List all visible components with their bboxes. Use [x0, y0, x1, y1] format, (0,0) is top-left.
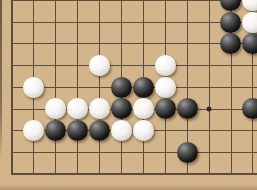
intersection-G5[interactable]: ●: [132, 76, 154, 98]
white-stone[interactable]: ○: [45, 98, 66, 119]
intersection-A9[interactable]: [1, 0, 23, 11]
intersection-C1[interactable]: [45, 163, 67, 185]
intersection-F1[interactable]: [111, 163, 133, 185]
intersection-K8[interactable]: [198, 11, 220, 33]
intersection-H9[interactable]: [154, 0, 176, 11]
intersection-E5[interactable]: [89, 76, 111, 98]
intersection-L9[interactable]: ●: [220, 0, 242, 11]
intersection-J7[interactable]: [176, 33, 198, 55]
intersection-E3[interactable]: ●: [89, 120, 111, 142]
intersection-J3[interactable]: [176, 120, 198, 142]
intersection-B4[interactable]: [23, 98, 45, 120]
intersection-C2[interactable]: [45, 141, 67, 163]
intersection-K2[interactable]: [198, 141, 220, 163]
go-board[interactable]: ●○●○●●○○○●●○○○○●○●●●○●●●○○●: [1, 0, 257, 185]
intersection-M2[interactable]: [242, 141, 257, 163]
intersection-F4[interactable]: ●: [111, 98, 133, 120]
intersection-L5[interactable]: [220, 76, 242, 98]
board-bottom-edge: [0, 184, 257, 190]
intersection-D4[interactable]: ○: [67, 98, 89, 120]
intersection-A6[interactable]: [1, 55, 23, 77]
white-stone[interactable]: ○: [23, 77, 44, 98]
intersection-J5[interactable]: [176, 76, 198, 98]
white-stone[interactable]: ○: [67, 98, 88, 119]
go-board-screenshot: ●○●○●●○○○●●○○○○●○●●●○●●●○○●: [0, 0, 257, 190]
intersection-E9[interactable]: [89, 0, 111, 11]
intersection-M8[interactable]: ○: [242, 11, 257, 33]
intersection-G3[interactable]: ○: [132, 120, 154, 142]
intersection-M5[interactable]: [242, 76, 257, 98]
intersection-F9[interactable]: [111, 0, 133, 11]
intersection-J4[interactable]: ●: [176, 98, 198, 120]
intersection-F6[interactable]: [111, 55, 133, 77]
intersection-B2[interactable]: [23, 141, 45, 163]
black-stone[interactable]: ●: [89, 120, 110, 141]
intersection-M3[interactable]: [242, 120, 257, 142]
intersection-A1[interactable]: [1, 163, 23, 185]
white-stone[interactable]: ○: [242, 0, 257, 11]
intersection-B5[interactable]: ○: [23, 76, 45, 98]
black-stone[interactable]: ●: [111, 98, 132, 119]
intersection-D9[interactable]: [67, 0, 89, 11]
black-stone[interactable]: ●: [45, 120, 66, 141]
black-stone[interactable]: ●: [177, 142, 198, 163]
intersection-G2[interactable]: [132, 141, 154, 163]
intersection-D6[interactable]: [67, 55, 89, 77]
white-stone[interactable]: ○: [23, 120, 44, 141]
intersection-C7[interactable]: [45, 33, 67, 55]
intersection-A4[interactable]: [1, 98, 23, 120]
intersection-A7[interactable]: [1, 33, 23, 55]
intersection-B7[interactable]: [23, 33, 45, 55]
intersection-D2[interactable]: [67, 141, 89, 163]
intersection-L3[interactable]: [220, 120, 242, 142]
intersection-C6[interactable]: [45, 55, 67, 77]
intersection-C9[interactable]: [45, 0, 67, 11]
intersection-A2[interactable]: [1, 141, 23, 163]
intersection-B8[interactable]: [23, 11, 45, 33]
intersection-G9[interactable]: [132, 0, 154, 11]
white-stone[interactable]: ○: [89, 98, 110, 119]
white-stone[interactable]: ○: [133, 98, 154, 119]
intersection-E1[interactable]: [89, 163, 111, 185]
white-stone[interactable]: ○: [111, 120, 132, 141]
intersection-C8[interactable]: [45, 11, 67, 33]
intersection-F2[interactable]: [111, 141, 133, 163]
black-stone[interactable]: ●: [133, 77, 154, 98]
intersection-A5[interactable]: [1, 76, 23, 98]
white-stone[interactable]: ○: [242, 12, 257, 33]
intersection-G6[interactable]: [132, 55, 154, 77]
intersection-E4[interactable]: ○: [89, 98, 111, 120]
intersection-B9[interactable]: [23, 0, 45, 11]
black-stone[interactable]: ●: [111, 77, 132, 98]
intersection-G4[interactable]: ○: [132, 98, 154, 120]
intersection-H8[interactable]: [154, 11, 176, 33]
intersection-F7[interactable]: [111, 33, 133, 55]
intersection-H5[interactable]: ○: [154, 76, 176, 98]
intersection-F8[interactable]: [111, 11, 133, 33]
intersection-B3[interactable]: ○: [23, 120, 45, 142]
black-stone[interactable]: ●: [242, 98, 257, 119]
intersection-L6[interactable]: [220, 55, 242, 77]
intersection-H2[interactable]: [154, 141, 176, 163]
intersection-C4[interactable]: ○: [45, 98, 67, 120]
intersection-L7[interactable]: ●: [220, 33, 242, 55]
intersection-D3[interactable]: ●: [67, 120, 89, 142]
intersection-J2[interactable]: ●: [176, 141, 198, 163]
intersection-L4[interactable]: [220, 98, 242, 120]
white-stone[interactable]: ○: [89, 55, 110, 76]
intersection-J1[interactable]: [176, 163, 198, 185]
intersection-C3[interactable]: ●: [45, 120, 67, 142]
intersection-M4[interactable]: ●: [242, 98, 257, 120]
intersection-J8[interactable]: [176, 11, 198, 33]
white-stone[interactable]: ○: [133, 120, 154, 141]
intersection-E7[interactable]: [89, 33, 111, 55]
intersection-A8[interactable]: [1, 11, 23, 33]
intersection-G7[interactable]: [132, 33, 154, 55]
intersection-K1[interactable]: [198, 163, 220, 185]
intersection-K3[interactable]: [198, 120, 220, 142]
intersection-D1[interactable]: [67, 163, 89, 185]
intersection-L8[interactable]: ●: [220, 11, 242, 33]
intersection-F5[interactable]: ●: [111, 76, 133, 98]
intersection-B1[interactable]: [23, 163, 45, 185]
board-left-edge: [0, 0, 2, 160]
black-stone[interactable]: ●: [220, 0, 241, 11]
black-stone[interactable]: ●: [242, 33, 257, 54]
intersection-J9[interactable]: [176, 0, 198, 11]
black-stone[interactable]: ●: [220, 12, 241, 33]
intersection-D7[interactable]: [67, 33, 89, 55]
intersection-H7[interactable]: [154, 33, 176, 55]
intersection-K7[interactable]: [198, 33, 220, 55]
black-stone[interactable]: ●: [220, 33, 241, 54]
intersection-K9[interactable]: [198, 0, 220, 11]
intersection-D5[interactable]: [67, 76, 89, 98]
intersection-M9[interactable]: ○: [242, 0, 257, 11]
intersection-K5[interactable]: [198, 76, 220, 98]
intersection-M1[interactable]: [242, 163, 257, 185]
intersection-H6[interactable]: ○: [154, 55, 176, 77]
intersection-H3[interactable]: [154, 120, 176, 142]
intersection-L1[interactable]: [220, 163, 242, 185]
intersection-M6[interactable]: [242, 55, 257, 77]
intersection-A3[interactable]: [1, 120, 23, 142]
black-stone[interactable]: ●: [177, 98, 198, 119]
white-stone[interactable]: ○: [155, 55, 176, 76]
intersection-H1[interactable]: [154, 163, 176, 185]
intersection-E8[interactable]: [89, 11, 111, 33]
black-stone[interactable]: ●: [67, 120, 88, 141]
intersection-G8[interactable]: [132, 11, 154, 33]
intersection-K6[interactable]: [198, 55, 220, 77]
intersection-K4[interactable]: [198, 98, 220, 120]
intersection-D8[interactable]: [67, 11, 89, 33]
intersection-L2[interactable]: [220, 141, 242, 163]
intersection-C5[interactable]: [45, 76, 67, 98]
intersection-E2[interactable]: [89, 141, 111, 163]
black-stone[interactable]: ●: [155, 98, 176, 119]
intersection-J6[interactable]: [176, 55, 198, 77]
intersection-M7[interactable]: ●: [242, 33, 257, 55]
intersection-B6[interactable]: [23, 55, 45, 77]
intersection-H4[interactable]: ●: [154, 98, 176, 120]
intersection-G1[interactable]: [132, 163, 154, 185]
intersection-F3[interactable]: ○: [111, 120, 133, 142]
white-stone[interactable]: ○: [155, 77, 176, 98]
intersection-E6[interactable]: ○: [89, 55, 111, 77]
